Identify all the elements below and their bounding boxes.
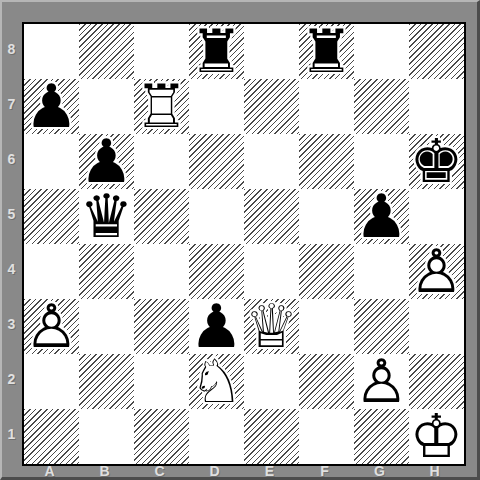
file-label-a: A xyxy=(22,463,77,479)
square-h4[interactable]: ♟♙ xyxy=(409,244,464,299)
square-a5[interactable] xyxy=(24,189,79,244)
file-label-d: D xyxy=(187,463,242,479)
square-d1[interactable] xyxy=(189,409,244,464)
rank-label-2: 2 xyxy=(2,352,21,407)
white-pawn-icon: ♙ xyxy=(410,240,464,300)
piece-black-king[interactable]: ♚♚ xyxy=(409,134,464,189)
piece-black-pawn[interactable]: ♟♟ xyxy=(24,79,79,134)
file-label-h: H xyxy=(407,463,462,479)
square-d8[interactable]: ♜♜ xyxy=(189,24,244,79)
square-f6[interactable] xyxy=(299,134,354,189)
piece-black-rook[interactable]: ♜♜ xyxy=(299,24,354,79)
square-c5[interactable] xyxy=(134,189,189,244)
square-b4[interactable] xyxy=(79,244,134,299)
piece-white-pawn[interactable]: ♟♙ xyxy=(409,244,464,299)
white-pawn-icon: ♙ xyxy=(25,295,79,355)
board-frame: ♜♜♜♜♟♟♜♖♟♟♚♚♛♛♟♟♟♙♟♙♟♟♛♕♞♘♟♙♚♔ 87654321A… xyxy=(0,0,480,480)
piece-white-pawn[interactable]: ♟♙ xyxy=(354,354,409,409)
square-d7[interactable] xyxy=(189,79,244,134)
square-e1[interactable] xyxy=(244,409,299,464)
square-c6[interactable] xyxy=(134,134,189,189)
rank-label-5: 5 xyxy=(2,187,21,242)
square-f5[interactable] xyxy=(299,189,354,244)
white-king-icon: ♔ xyxy=(410,405,464,465)
black-rook-icon: ♜ xyxy=(190,20,244,80)
square-d6[interactable] xyxy=(189,134,244,189)
rank-label-7: 7 xyxy=(2,77,21,132)
black-king-icon: ♚ xyxy=(410,130,464,190)
white-pawn-icon: ♙ xyxy=(355,350,409,410)
square-b1[interactable] xyxy=(79,409,134,464)
square-g8[interactable] xyxy=(354,24,409,79)
rank-label-4: 4 xyxy=(2,242,21,297)
piece-white-rook[interactable]: ♜♖ xyxy=(134,79,189,134)
rank-label-8: 8 xyxy=(2,22,21,77)
file-label-b: B xyxy=(77,463,132,479)
piece-white-queen[interactable]: ♛♕ xyxy=(244,299,299,354)
file-label-f: F xyxy=(297,463,352,479)
square-g5[interactable]: ♟♟ xyxy=(354,189,409,244)
square-e2[interactable] xyxy=(244,354,299,409)
piece-black-pawn[interactable]: ♟♟ xyxy=(354,189,409,244)
square-a7[interactable]: ♟♟ xyxy=(24,79,79,134)
rank-label-1: 1 xyxy=(2,407,21,462)
square-b3[interactable] xyxy=(79,299,134,354)
square-e3[interactable]: ♛♕ xyxy=(244,299,299,354)
square-g2[interactable]: ♟♙ xyxy=(354,354,409,409)
square-h1[interactable]: ♚♔ xyxy=(409,409,464,464)
square-e6[interactable] xyxy=(244,134,299,189)
square-f2[interactable] xyxy=(299,354,354,409)
square-a3[interactable]: ♟♙ xyxy=(24,299,79,354)
square-b5[interactable]: ♛♛ xyxy=(79,189,134,244)
white-queen-icon: ♕ xyxy=(245,295,299,355)
black-pawn-icon: ♟ xyxy=(25,75,79,135)
black-pawn-icon: ♟ xyxy=(355,185,409,245)
piece-white-knight[interactable]: ♞♘ xyxy=(189,354,244,409)
square-h6[interactable]: ♚♚ xyxy=(409,134,464,189)
square-a6[interactable] xyxy=(24,134,79,189)
square-f8[interactable]: ♜♜ xyxy=(299,24,354,79)
piece-white-king[interactable]: ♚♔ xyxy=(409,409,464,464)
square-c4[interactable] xyxy=(134,244,189,299)
rank-label-3: 3 xyxy=(2,297,21,352)
square-b8[interactable] xyxy=(79,24,134,79)
square-e5[interactable] xyxy=(244,189,299,244)
square-f7[interactable] xyxy=(299,79,354,134)
square-f4[interactable] xyxy=(299,244,354,299)
rank-label-6: 6 xyxy=(2,132,21,187)
file-label-c: C xyxy=(132,463,187,479)
piece-black-queen[interactable]: ♛♛ xyxy=(79,189,134,244)
white-rook-icon: ♖ xyxy=(135,75,189,135)
square-e7[interactable] xyxy=(244,79,299,134)
piece-white-pawn[interactable]: ♟♙ xyxy=(24,299,79,354)
square-d2[interactable]: ♞♘ xyxy=(189,354,244,409)
square-f3[interactable] xyxy=(299,299,354,354)
square-c2[interactable] xyxy=(134,354,189,409)
square-g7[interactable] xyxy=(354,79,409,134)
black-queen-icon: ♛ xyxy=(80,185,134,245)
square-c3[interactable] xyxy=(134,299,189,354)
square-b2[interactable] xyxy=(79,354,134,409)
square-h8[interactable] xyxy=(409,24,464,79)
square-e8[interactable] xyxy=(244,24,299,79)
square-f1[interactable] xyxy=(299,409,354,464)
square-h3[interactable] xyxy=(409,299,464,354)
file-label-e: E xyxy=(242,463,297,479)
square-g4[interactable] xyxy=(354,244,409,299)
piece-black-rook[interactable]: ♜♜ xyxy=(189,24,244,79)
black-rook-icon: ♜ xyxy=(300,20,354,80)
chess-board: ♜♜♜♜♟♟♜♖♟♟♚♚♛♛♟♟♟♙♟♙♟♟♛♕♞♘♟♙♚♔ xyxy=(22,22,466,466)
square-a1[interactable] xyxy=(24,409,79,464)
square-g1[interactable] xyxy=(354,409,409,464)
square-d5[interactable] xyxy=(189,189,244,244)
square-c1[interactable] xyxy=(134,409,189,464)
square-a2[interactable] xyxy=(24,354,79,409)
square-c7[interactable]: ♜♖ xyxy=(134,79,189,134)
white-knight-icon: ♘ xyxy=(190,350,244,410)
file-label-g: G xyxy=(352,463,407,479)
